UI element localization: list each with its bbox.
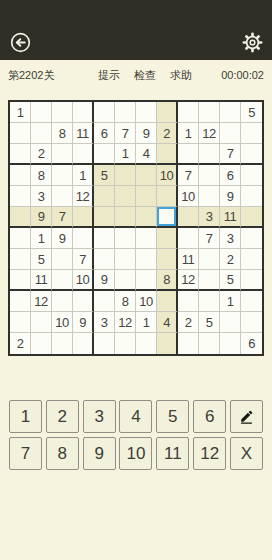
cell-r4c2[interactable]: 8 (31, 165, 52, 186)
cell-r7c6[interactable] (115, 228, 136, 249)
cell-r8c8[interactable] (157, 249, 178, 270)
cell-r7c7[interactable] (136, 228, 157, 249)
cell-r9c5[interactable]: 9 (94, 270, 115, 291)
num-8-button[interactable]: 8 (46, 437, 79, 470)
cell-r11c7[interactable]: 1 (136, 312, 157, 333)
cell-r7c11[interactable]: 3 (220, 228, 241, 249)
cell-r5c7[interactable] (136, 186, 157, 207)
cell-r8c11[interactable]: 2 (220, 249, 241, 270)
cell-r6c11[interactable]: 11 (220, 207, 241, 228)
sudoku-board: 1581167921122147815107631210997311197357… (8, 100, 264, 356)
cell-r1c7[interactable] (136, 102, 157, 123)
cell-r7c8[interactable] (157, 228, 178, 249)
cell-r10c6[interactable]: 8 (115, 291, 136, 312)
num-10-button[interactable]: 10 (119, 437, 152, 470)
cell-r12c1[interactable]: 2 (10, 333, 31, 354)
cell-r9c7[interactable] (136, 270, 157, 291)
cell-r5c2[interactable]: 3 (31, 186, 52, 207)
cell-r2c1[interactable] (10, 123, 31, 144)
cell-r12c12[interactable]: 6 (241, 333, 262, 354)
cell-r8c1[interactable] (10, 249, 31, 270)
cell-r11c8[interactable]: 4 (157, 312, 178, 333)
num-7-button[interactable]: 7 (9, 437, 42, 470)
cell-r3c5[interactable] (94, 144, 115, 165)
cell-r11c5[interactable]: 3 (94, 312, 115, 333)
cell-r4c11[interactable]: 6 (220, 165, 241, 186)
cell-r10c9[interactable] (178, 291, 199, 312)
cell-r6c7[interactable] (136, 207, 157, 228)
cell-r7c3[interactable]: 9 (52, 228, 73, 249)
cell-r3c6[interactable]: 1 (115, 144, 136, 165)
cell-r9c12[interactable] (241, 270, 262, 291)
cell-r11c10[interactable]: 5 (199, 312, 220, 333)
cell-r1c2[interactable] (31, 102, 52, 123)
cell-r2c10[interactable]: 12 (199, 123, 220, 144)
cell-r2c12[interactable] (241, 123, 262, 144)
cell-r11c4[interactable]: 9 (73, 312, 94, 333)
cell-r9c4[interactable]: 10 (73, 270, 94, 291)
number-pad: 123456789101112X (9, 400, 263, 470)
cell-r10c1[interactable] (10, 291, 31, 312)
cell-r10c7[interactable]: 10 (136, 291, 157, 312)
gear-icon (242, 32, 263, 53)
cell-r8c5[interactable] (94, 249, 115, 270)
level-label: 第2202关 (8, 68, 86, 83)
cell-r4c5[interactable]: 5 (94, 165, 115, 186)
cell-r7c12[interactable] (241, 228, 262, 249)
cell-r5c4[interactable]: 12 (73, 186, 94, 207)
num-9-button[interactable]: 9 (83, 437, 116, 470)
cell-r2c11[interactable] (220, 123, 241, 144)
cell-r4c9[interactable]: 7 (178, 165, 199, 186)
cell-r3c8[interactable] (157, 144, 178, 165)
back-icon (10, 32, 31, 53)
cell-r1c8[interactable] (157, 102, 178, 123)
cell-r1c5[interactable] (94, 102, 115, 123)
cell-r8c10[interactable] (199, 249, 220, 270)
cell-r8c12[interactable] (241, 249, 262, 270)
cell-r10c8[interactable] (157, 291, 178, 312)
cell-r3c9[interactable] (178, 144, 199, 165)
help-button[interactable]: 求助 (170, 68, 192, 83)
cell-r10c5[interactable] (94, 291, 115, 312)
cell-r2c8[interactable]: 2 (157, 123, 178, 144)
cell-r7c2[interactable]: 1 (31, 228, 52, 249)
cell-r12c5[interactable] (94, 333, 115, 354)
cell-r2c3[interactable]: 8 (52, 123, 73, 144)
cell-r1c12[interactable]: 5 (241, 102, 262, 123)
cell-r5c9[interactable]: 10 (178, 186, 199, 207)
num-11-button[interactable]: 11 (156, 437, 189, 470)
cell-r12c11[interactable] (220, 333, 241, 354)
cell-r8c7[interactable] (136, 249, 157, 270)
cell-r3c11[interactable]: 7 (220, 144, 241, 165)
cell-r12c4[interactable] (73, 333, 94, 354)
cell-r7c9[interactable] (178, 228, 199, 249)
timer: 00:00:02 (204, 69, 264, 81)
cell-r5c3[interactable] (52, 186, 73, 207)
cell-r2c5[interactable]: 6 (94, 123, 115, 144)
cell-r5c6[interactable] (115, 186, 136, 207)
cell-r11c9[interactable]: 2 (178, 312, 199, 333)
cell-r2c7[interactable]: 9 (136, 123, 157, 144)
cell-r6c3[interactable]: 7 (52, 207, 73, 228)
cell-r10c11[interactable]: 1 (220, 291, 241, 312)
cell-r1c4[interactable] (73, 102, 94, 123)
cell-r1c11[interactable] (220, 102, 241, 123)
cell-r12c9[interactable] (178, 333, 199, 354)
cell-r9c3[interactable] (52, 270, 73, 291)
cell-r11c12[interactable] (241, 312, 262, 333)
cell-r8c6[interactable] (115, 249, 136, 270)
cell-r2c9[interactable]: 1 (178, 123, 199, 144)
cell-r6c8[interactable] (157, 207, 178, 228)
cell-r10c2[interactable]: 12 (31, 291, 52, 312)
cell-r12c6[interactable] (115, 333, 136, 354)
cell-r7c1[interactable] (10, 228, 31, 249)
cell-r6c9[interactable] (178, 207, 199, 228)
cell-r3c12[interactable] (241, 144, 262, 165)
hint-button[interactable]: 提示 (98, 68, 120, 83)
cell-r4c10[interactable] (199, 165, 220, 186)
num-12-button[interactable]: 12 (193, 437, 226, 470)
cell-r2c6[interactable]: 7 (115, 123, 136, 144)
cell-r11c1[interactable] (10, 312, 31, 333)
cell-r4c6[interactable] (115, 165, 136, 186)
erase-button[interactable]: X (230, 437, 263, 470)
cell-r1c9[interactable] (178, 102, 199, 123)
num-5-button[interactable]: 5 (156, 400, 189, 433)
cell-r4c1[interactable] (10, 165, 31, 186)
cell-r10c3[interactable] (52, 291, 73, 312)
cell-r4c3[interactable] (52, 165, 73, 186)
cell-r3c2[interactable]: 2 (31, 144, 52, 165)
cell-r6c10[interactable]: 3 (199, 207, 220, 228)
num-2-button[interactable]: 2 (46, 400, 79, 433)
cell-r12c2[interactable] (31, 333, 52, 354)
cell-r7c5[interactable] (94, 228, 115, 249)
cell-r5c5[interactable] (94, 186, 115, 207)
cell-r12c8[interactable] (157, 333, 178, 354)
cell-r9c9[interactable]: 12 (178, 270, 199, 291)
cell-r5c11[interactable]: 9 (220, 186, 241, 207)
cell-r6c1[interactable] (10, 207, 31, 228)
cell-r6c12[interactable] (241, 207, 262, 228)
cell-r12c3[interactable] (52, 333, 73, 354)
cell-r8c3[interactable] (52, 249, 73, 270)
cell-r9c1[interactable] (10, 270, 31, 291)
cell-r9c10[interactable] (199, 270, 220, 291)
cell-r3c3[interactable] (52, 144, 73, 165)
cell-r2c2[interactable] (31, 123, 52, 144)
num-4-button[interactable]: 4 (119, 400, 152, 433)
cell-r5c10[interactable] (199, 186, 220, 207)
cell-r12c7[interactable] (136, 333, 157, 354)
cell-r12c10[interactable] (199, 333, 220, 354)
cell-r1c6[interactable] (115, 102, 136, 123)
cell-r3c10[interactable] (199, 144, 220, 165)
cell-r1c10[interactable] (199, 102, 220, 123)
pencil-button[interactable] (230, 400, 263, 433)
cell-r4c7[interactable] (136, 165, 157, 186)
cell-r11c3[interactable]: 10 (52, 312, 73, 333)
cell-r11c6[interactable]: 12 (115, 312, 136, 333)
cell-r6c6[interactable] (115, 207, 136, 228)
cell-r5c1[interactable] (10, 186, 31, 207)
num-6-button[interactable]: 6 (193, 400, 226, 433)
back-button[interactable] (9, 31, 31, 53)
cell-r11c11[interactable] (220, 312, 241, 333)
cell-r10c10[interactable] (199, 291, 220, 312)
pencil-icon (238, 408, 255, 425)
cell-r2c4[interactable]: 11 (73, 123, 94, 144)
top-bar (0, 0, 272, 60)
cell-r5c8[interactable] (157, 186, 178, 207)
check-button[interactable]: 检查 (134, 68, 156, 83)
settings-button[interactable] (241, 31, 263, 53)
cell-r9c11[interactable]: 5 (220, 270, 241, 291)
num-1-button[interactable]: 1 (9, 400, 42, 433)
cell-r11c2[interactable] (31, 312, 52, 333)
cell-r10c4[interactable] (73, 291, 94, 312)
num-3-button[interactable]: 3 (83, 400, 116, 433)
cell-r6c2[interactable]: 9 (31, 207, 52, 228)
cell-r3c1[interactable] (10, 144, 31, 165)
cell-r3c7[interactable]: 4 (136, 144, 157, 165)
cell-r9c2[interactable]: 11 (31, 270, 52, 291)
cell-r10c12[interactable] (241, 291, 262, 312)
cell-r4c4[interactable]: 1 (73, 165, 94, 186)
status-bar: 第2202关 提示 检查 求助 00:00:02 (0, 60, 272, 90)
cell-r4c8[interactable]: 10 (157, 165, 178, 186)
cell-r7c10[interactable]: 7 (199, 228, 220, 249)
cell-r7c4[interactable] (73, 228, 94, 249)
cell-r9c8[interactable]: 8 (157, 270, 178, 291)
cell-r4c12[interactable] (241, 165, 262, 186)
cell-r5c12[interactable] (241, 186, 262, 207)
cell-r8c4[interactable]: 7 (73, 249, 94, 270)
cell-r1c1[interactable]: 1 (10, 102, 31, 123)
cell-r9c6[interactable] (115, 270, 136, 291)
cell-r8c2[interactable]: 5 (31, 249, 52, 270)
cell-r1c3[interactable] (52, 102, 73, 123)
cell-r6c4[interactable] (73, 207, 94, 228)
cell-r6c5[interactable] (94, 207, 115, 228)
cell-r3c4[interactable] (73, 144, 94, 165)
cell-r8c9[interactable]: 11 (178, 249, 199, 270)
